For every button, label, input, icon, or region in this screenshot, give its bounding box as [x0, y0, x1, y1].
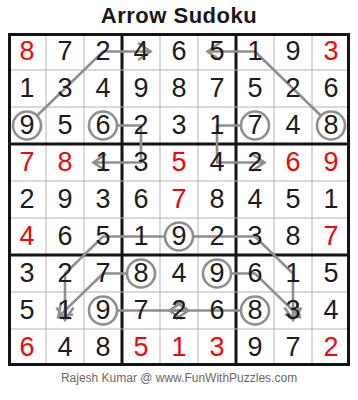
cell-r7c3: 7 — [84, 255, 122, 292]
cell-r1c8: 9 — [274, 33, 312, 70]
cell-r2c2: 3 — [46, 70, 84, 107]
cell-r1c2: 7 — [46, 33, 84, 70]
cell-r5c5: 7 — [160, 181, 198, 218]
cell-r2c8: 2 — [274, 70, 312, 107]
cell-r7c6: 9 — [198, 255, 236, 292]
cell-r6c3: 5 — [84, 218, 122, 255]
cell-r6c8: 8 — [274, 218, 312, 255]
cell-r4c4: 3 — [122, 144, 160, 181]
cell-r5c2: 9 — [46, 181, 84, 218]
cell-r9c4: 5 — [122, 329, 160, 366]
cell-r3c7: 7 — [236, 107, 274, 144]
cell-r9c8: 7 — [274, 329, 312, 366]
cell-r6c1: 4 — [8, 218, 46, 255]
cell-r2c5: 8 — [160, 70, 198, 107]
cell-r5c8: 5 — [274, 181, 312, 218]
cell-r4c5: 5 — [160, 144, 198, 181]
cell-r5c6: 8 — [198, 181, 236, 218]
cell-r8c1: 5 — [8, 292, 46, 329]
cell-r1c1: 8 — [8, 33, 46, 70]
cell-r6c7: 3 — [236, 218, 274, 255]
cell-r5c4: 6 — [122, 181, 160, 218]
cell-r8c5: 2 — [160, 292, 198, 329]
cell-r2c4: 9 — [122, 70, 160, 107]
cell-r3c1: 9 — [8, 107, 46, 144]
cell-r3c6: 1 — [198, 107, 236, 144]
cell-r7c7: 6 — [236, 255, 274, 292]
cell-r3c5: 3 — [160, 107, 198, 144]
cell-r3c9: 8 — [312, 107, 350, 144]
digits-layer: 8724651931349875269562317487813542692936… — [8, 33, 350, 366]
cell-r7c4: 8 — [122, 255, 160, 292]
cell-r8c3: 9 — [84, 292, 122, 329]
cell-r7c5: 4 — [160, 255, 198, 292]
cell-r5c1: 2 — [8, 181, 46, 218]
cell-r7c9: 5 — [312, 255, 350, 292]
cell-r1c7: 1 — [236, 33, 274, 70]
cell-r5c3: 3 — [84, 181, 122, 218]
cell-r8c9: 4 — [312, 292, 350, 329]
page: Arrow Sudoku 872465193134987526956231748… — [0, 0, 358, 400]
cell-r1c5: 6 — [160, 33, 198, 70]
cell-r2c9: 6 — [312, 70, 350, 107]
cell-r8c7: 8 — [236, 292, 274, 329]
cell-r2c1: 1 — [8, 70, 46, 107]
cell-r1c4: 4 — [122, 33, 160, 70]
cell-r7c2: 2 — [46, 255, 84, 292]
cell-r4c6: 4 — [198, 144, 236, 181]
cell-r5c7: 4 — [236, 181, 274, 218]
cell-r9c6: 3 — [198, 329, 236, 366]
cell-r1c9: 3 — [312, 33, 350, 70]
cell-r2c6: 7 — [198, 70, 236, 107]
cell-r9c3: 8 — [84, 329, 122, 366]
cell-r6c2: 6 — [46, 218, 84, 255]
cell-r9c2: 4 — [46, 329, 84, 366]
cell-r1c3: 2 — [84, 33, 122, 70]
credit-line: Rajesh Kumar @ www.FunWithPuzzles.com — [0, 371, 358, 385]
cell-r7c1: 3 — [8, 255, 46, 292]
cell-r7c8: 1 — [274, 255, 312, 292]
cell-r9c5: 1 — [160, 329, 198, 366]
cell-r3c3: 6 — [84, 107, 122, 144]
cell-r6c5: 9 — [160, 218, 198, 255]
puzzle-title: Arrow Sudoku — [0, 0, 358, 32]
cell-r5c9: 1 — [312, 181, 350, 218]
cell-r9c9: 2 — [312, 329, 350, 366]
cell-r9c7: 9 — [236, 329, 274, 366]
cell-r2c7: 5 — [236, 70, 274, 107]
cell-r6c4: 1 — [122, 218, 160, 255]
cell-r8c4: 7 — [122, 292, 160, 329]
cell-r4c8: 6 — [274, 144, 312, 181]
cell-r6c6: 2 — [198, 218, 236, 255]
cell-r9c1: 6 — [8, 329, 46, 366]
cell-r8c6: 6 — [198, 292, 236, 329]
cell-r4c3: 1 — [84, 144, 122, 181]
cell-r4c2: 8 — [46, 144, 84, 181]
cell-r4c7: 2 — [236, 144, 274, 181]
cell-r3c4: 2 — [122, 107, 160, 144]
cell-r8c2: 1 — [46, 292, 84, 329]
sudoku-board: 8724651931349875269562317487813542692936… — [8, 33, 350, 366]
cell-r3c2: 5 — [46, 107, 84, 144]
cell-r2c3: 4 — [84, 70, 122, 107]
cell-r8c8: 3 — [274, 292, 312, 329]
cell-r1c6: 5 — [198, 33, 236, 70]
cell-r4c1: 7 — [8, 144, 46, 181]
cell-r6c9: 7 — [312, 218, 350, 255]
cell-r4c9: 9 — [312, 144, 350, 181]
cell-r3c8: 4 — [274, 107, 312, 144]
